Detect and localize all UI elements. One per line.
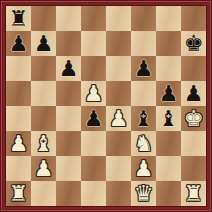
square-h6[interactable] — [181, 56, 206, 81]
square-e4[interactable]: ♟ — [106, 106, 131, 131]
square-c8[interactable] — [56, 6, 81, 31]
square-a4[interactable] — [6, 106, 31, 131]
square-e2[interactable] — [106, 156, 131, 181]
square-f5[interactable] — [131, 81, 156, 106]
square-e7[interactable] — [106, 31, 131, 56]
square-e1[interactable] — [106, 181, 131, 206]
square-d7[interactable] — [81, 31, 106, 56]
square-d2[interactable] — [81, 156, 106, 181]
square-a2[interactable] — [6, 156, 31, 181]
square-f1[interactable]: ♛ — [131, 181, 156, 206]
square-c1[interactable] — [56, 181, 81, 206]
square-d1[interactable] — [81, 181, 106, 206]
square-h2[interactable] — [181, 156, 206, 181]
square-f2[interactable]: ♟ — [131, 156, 156, 181]
square-e6[interactable] — [106, 56, 131, 81]
black-pawn-piece: ♟ — [134, 56, 154, 81]
square-d5[interactable]: ♟ — [81, 81, 106, 106]
square-a3[interactable]: ♟ — [6, 131, 31, 156]
white-rook-piece: ♜ — [9, 181, 29, 206]
chess-board: ♜♟♟♚♟♟♟♟♟♟♟♝♝♚♟♝♞♟♟♜♛♜ — [6, 6, 206, 206]
square-f6[interactable]: ♟ — [131, 56, 156, 81]
white-pawn-piece: ♟ — [134, 156, 154, 181]
black-pawn-piece: ♟ — [9, 31, 29, 56]
square-b5[interactable] — [31, 81, 56, 106]
square-a1[interactable]: ♜ — [6, 181, 31, 206]
black-pawn-piece: ♟ — [159, 81, 179, 106]
square-d4[interactable]: ♟ — [81, 106, 106, 131]
square-g3[interactable] — [156, 131, 181, 156]
square-h4[interactable]: ♚ — [181, 106, 206, 131]
white-pawn-piece: ♟ — [109, 106, 129, 131]
square-e8[interactable] — [106, 6, 131, 31]
square-f8[interactable] — [131, 6, 156, 31]
square-c5[interactable] — [56, 81, 81, 106]
black-king-piece: ♚ — [184, 31, 204, 56]
square-g6[interactable] — [156, 56, 181, 81]
square-f3[interactable]: ♞ — [131, 131, 156, 156]
square-f4[interactable]: ♝ — [131, 106, 156, 131]
black-pawn-piece: ♟ — [59, 56, 79, 81]
square-b6[interactable] — [31, 56, 56, 81]
white-rook-piece: ♜ — [184, 181, 204, 206]
white-queen-piece: ♛ — [134, 181, 154, 206]
square-g1[interactable] — [156, 181, 181, 206]
square-g5[interactable]: ♟ — [156, 81, 181, 106]
black-pawn-piece: ♟ — [184, 81, 204, 106]
square-a6[interactable] — [6, 56, 31, 81]
white-pawn-piece: ♟ — [34, 156, 54, 181]
white-king-piece: ♚ — [184, 106, 204, 131]
square-h3[interactable] — [181, 131, 206, 156]
white-pawn-piece: ♟ — [9, 131, 29, 156]
square-g2[interactable] — [156, 156, 181, 181]
square-h7[interactable]: ♚ — [181, 31, 206, 56]
square-c3[interactable] — [56, 131, 81, 156]
white-pawn-piece: ♟ — [84, 81, 104, 106]
square-h1[interactable]: ♜ — [181, 181, 206, 206]
square-h5[interactable]: ♟ — [181, 81, 206, 106]
black-pawn-piece: ♟ — [34, 31, 54, 56]
square-c7[interactable] — [56, 31, 81, 56]
white-knight-piece: ♞ — [134, 131, 154, 156]
square-c2[interactable] — [56, 156, 81, 181]
square-c4[interactable] — [56, 106, 81, 131]
square-b8[interactable] — [31, 6, 56, 31]
square-c6[interactable]: ♟ — [56, 56, 81, 81]
square-a5[interactable] — [6, 81, 31, 106]
black-rook-piece: ♜ — [9, 6, 29, 31]
square-a8[interactable]: ♜ — [6, 6, 31, 31]
square-a7[interactable]: ♟ — [6, 31, 31, 56]
square-b3[interactable]: ♝ — [31, 131, 56, 156]
square-d3[interactable] — [81, 131, 106, 156]
square-g8[interactable] — [156, 6, 181, 31]
square-d6[interactable] — [81, 56, 106, 81]
black-bishop-piece: ♝ — [134, 106, 154, 131]
square-b2[interactable]: ♟ — [31, 156, 56, 181]
square-b1[interactable] — [31, 181, 56, 206]
black-pawn-piece: ♟ — [84, 106, 104, 131]
square-e3[interactable] — [106, 131, 131, 156]
square-g4[interactable]: ♝ — [156, 106, 181, 131]
square-b4[interactable] — [31, 106, 56, 131]
square-h8[interactable] — [181, 6, 206, 31]
board-frame: ♜♟♟♚♟♟♟♟♟♟♟♝♝♚♟♝♞♟♟♜♛♜ — [0, 0, 212, 212]
square-d8[interactable] — [81, 6, 106, 31]
black-bishop-piece: ♝ — [159, 106, 179, 131]
square-f7[interactable] — [131, 31, 156, 56]
square-g7[interactable] — [156, 31, 181, 56]
square-e5[interactable] — [106, 81, 131, 106]
square-b7[interactable]: ♟ — [31, 31, 56, 56]
white-bishop-piece: ♝ — [34, 131, 54, 156]
